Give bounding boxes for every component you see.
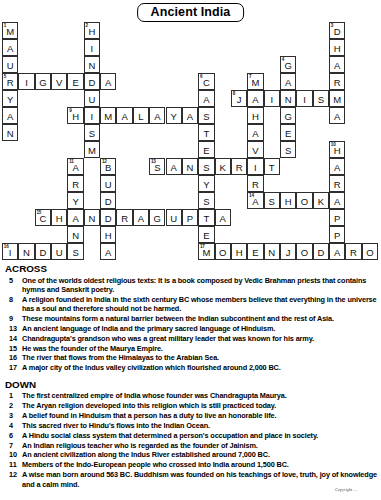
cell-letter: A	[171, 162, 177, 173]
clue-number: 5	[5, 276, 22, 295]
cell-letter: A	[7, 111, 13, 122]
cell-letter: U	[88, 94, 95, 105]
cell-letter: M	[88, 145, 96, 156]
grid-cell: D	[35, 243, 51, 260]
cell-letter: A	[154, 111, 160, 122]
cell-number: 6	[200, 74, 202, 79]
cell-letter: D	[105, 196, 112, 207]
grid-cell: H	[51, 209, 67, 226]
grid-cell: H	[280, 192, 296, 209]
worksheet-page: Ancient India 1M2H3DAIHUN4GA5RIGVEDA6C7M…	[0, 0, 381, 500]
cell-letter: N	[23, 247, 30, 258]
clue-text: An ancient language of India and the pri…	[22, 324, 378, 333]
cell-letter: P	[334, 213, 340, 224]
grid-cell: M	[100, 107, 116, 124]
grid-cell: A	[2, 107, 18, 124]
cell-letter: N	[285, 94, 292, 105]
clue-item: 10An ancient civilization along the Indu…	[5, 450, 378, 459]
grid-cell: O	[362, 243, 378, 260]
cell-number: 2	[86, 23, 88, 28]
cell-letter: D	[105, 213, 112, 224]
cell-letter: A	[72, 213, 78, 224]
cell-letter: Y	[72, 196, 78, 207]
grid-cell: I	[296, 90, 312, 107]
cell-letter: A	[252, 94, 258, 105]
grid-cell: G	[35, 73, 51, 90]
cell-letter: I	[25, 77, 28, 88]
grid-cell: P	[182, 209, 198, 226]
grid-cell: N	[2, 124, 18, 141]
cell-letter: H	[252, 111, 259, 122]
clue-number: 13	[5, 324, 22, 333]
cell-letter: A	[334, 111, 340, 122]
clue-text: The first centralized empire of India wh…	[22, 391, 378, 400]
cell-letter: O	[219, 247, 226, 258]
clue-number: 10	[5, 450, 22, 459]
grid-cell: N	[264, 243, 280, 260]
cell-letter: T	[203, 213, 209, 224]
clue-item: 6A Hindu social class system that determ…	[5, 431, 378, 440]
cell-letter: H	[236, 247, 243, 258]
grid-cell: A	[329, 56, 345, 73]
cell-letter: S	[318, 94, 324, 105]
cell-number: 10	[331, 142, 336, 147]
grid-cell: O	[215, 243, 231, 260]
cell-letter: A	[203, 94, 209, 105]
grid-cell: 12B	[100, 158, 116, 175]
grid-cell: J	[280, 243, 296, 260]
cell-letter: E	[285, 128, 291, 139]
cell-number: 12	[102, 159, 107, 164]
grid-cell: I	[18, 73, 34, 90]
grid-cell: 14A	[247, 192, 263, 209]
cell-letter: Y	[171, 111, 177, 122]
grid-cell: H	[329, 39, 345, 56]
grid-cell: S	[280, 141, 296, 158]
grid-cell: I	[84, 107, 100, 124]
clue-item: 15He was the founder of the Maurya Empir…	[5, 344, 378, 353]
cell-number: 1	[4, 23, 6, 28]
cell-letter: R	[334, 179, 341, 190]
grid-cell: G	[149, 209, 165, 226]
cell-letter: A	[105, 247, 111, 258]
grid-cell: A	[215, 209, 231, 226]
grid-cell: S	[198, 158, 214, 175]
grid-cell: U	[51, 243, 67, 260]
clue-item: 1The first centralized empire of India w…	[5, 391, 378, 400]
cell-letter: A	[187, 111, 193, 122]
cell-letter: K	[220, 162, 226, 173]
grid-cell: R	[329, 73, 345, 90]
grid-cell: H	[247, 107, 263, 124]
cell-letter: M	[104, 111, 112, 122]
cell-letter: R	[334, 77, 341, 88]
cell-letter: O	[366, 247, 373, 258]
cell-letter: S	[72, 247, 78, 258]
clue-number: 15	[5, 344, 22, 353]
cell-letter: S	[203, 162, 209, 173]
cell-letter: K	[318, 196, 324, 207]
cell-letter: H	[56, 213, 63, 224]
clue-item: 11Members of the Indo-European people wh…	[5, 460, 378, 469]
cell-letter: R	[7, 77, 14, 88]
grid-cell: U	[2, 56, 18, 73]
grid-cell: 1M	[2, 22, 18, 39]
grid-cell: M	[329, 90, 345, 107]
cell-letter: V	[56, 77, 62, 88]
cell-letter: J	[286, 247, 291, 258]
grid-cell: M	[84, 141, 100, 158]
clue-text: A wise man born around 563 BC. Buddhism …	[22, 470, 378, 489]
cell-letter: M	[251, 77, 259, 88]
grid-cell: P	[329, 209, 345, 226]
clue-text: A religion founded in India in the sixth…	[22, 295, 378, 314]
down-section: DOWN 1The first centralized empire of In…	[5, 379, 378, 489]
grid-cell: T	[198, 209, 214, 226]
cell-number: 8	[233, 91, 235, 96]
cell-letter: N	[72, 230, 79, 241]
grid-cell: N	[18, 243, 34, 260]
grid-cell: N	[67, 226, 83, 243]
cell-letter: E	[203, 145, 209, 156]
clue-text: The Aryan religion developed into this r…	[22, 401, 378, 410]
cell-number: 14	[249, 193, 254, 198]
grid-cell: A	[149, 107, 165, 124]
grid-cell: U	[166, 209, 182, 226]
grid-cell: Y	[67, 192, 83, 209]
cell-letter: A	[220, 213, 226, 224]
cell-letter: H	[88, 26, 95, 37]
clue-number: 12	[5, 470, 22, 489]
grid-cell: Y	[198, 175, 214, 192]
cell-letter: T	[269, 162, 275, 173]
grid-cell: I	[84, 39, 100, 56]
grid-cell: G	[280, 107, 296, 124]
cell-letter: D	[334, 26, 341, 37]
cell-number: 15	[36, 210, 41, 215]
cell-letter: N	[7, 128, 14, 139]
cell-letter: D	[88, 77, 95, 88]
grid-cell: T	[198, 124, 214, 141]
grid-cell: D	[313, 243, 329, 260]
grid-cell: V	[247, 141, 263, 158]
cell-letter: A	[105, 77, 111, 88]
clues-panel: ACROSS 5One of the worlds oldest religio…	[5, 263, 378, 489]
grid-cell: R	[345, 243, 361, 260]
cell-letter: E	[72, 77, 78, 88]
grid-cell: K	[313, 192, 329, 209]
grid-cell: A	[67, 209, 83, 226]
cell-letter: N	[88, 213, 95, 224]
clue-text: A major city of the Indus valley civiliz…	[22, 363, 378, 372]
down-clue-list: 1The first centralized empire of India w…	[5, 391, 378, 489]
clue-text: The river that flows from the Himalayas …	[22, 353, 378, 362]
grid-cell: 4G	[280, 56, 296, 73]
grid-cell: N	[182, 158, 198, 175]
grid-cell: E	[198, 226, 214, 243]
grid-cell: A	[100, 243, 116, 260]
clue-number: 11	[5, 460, 22, 469]
grid-cell: A	[166, 158, 182, 175]
grid-cell: A	[280, 73, 296, 90]
clue-number: 14	[5, 334, 22, 343]
clue-item: 14Chandragupta's grandson who was a grea…	[5, 334, 378, 343]
grid-cell: 2H	[84, 22, 100, 39]
grid-cell: R	[247, 175, 263, 192]
grid-cell: A	[116, 107, 132, 124]
clue-item: 9These mountains form a natural barrier …	[5, 314, 378, 323]
cell-letter: R	[121, 213, 128, 224]
cell-letter: S	[89, 128, 95, 139]
cell-letter: N	[268, 247, 275, 258]
cell-number: 13	[151, 159, 156, 164]
cell-letter: E	[203, 230, 209, 241]
clue-item: 2The Aryan religion developed into this …	[5, 401, 378, 410]
grid-cell: A	[182, 107, 198, 124]
grid-cell: A	[329, 158, 345, 175]
clue-item: 3A belief found in Hinduism that a perso…	[5, 411, 378, 420]
cell-letter: A	[334, 196, 340, 207]
cell-letter: H	[285, 196, 292, 207]
cell-letter: D	[317, 247, 324, 258]
clue-text: A Hindu social class system that determi…	[22, 431, 378, 440]
grid-cell: 10H	[329, 141, 345, 158]
cell-number: 16	[4, 244, 9, 249]
clue-number: 17	[5, 363, 22, 372]
grid-cell: N	[84, 56, 100, 73]
cell-letter: H	[334, 43, 341, 54]
cell-letter: Y	[7, 94, 13, 105]
grid-cell: 16I	[2, 243, 18, 260]
grid-cell: 17M	[198, 243, 214, 260]
cell-letter: G	[284, 60, 291, 71]
cell-number: 17	[200, 244, 205, 249]
clue-item: 8A religion founded in India in the sixt…	[5, 295, 378, 314]
grid-cell: N	[84, 209, 100, 226]
clue-number: 9	[5, 314, 22, 323]
grid-cell: A	[247, 124, 263, 141]
grid-cell: 7M	[247, 73, 263, 90]
clue-number: 3	[5, 411, 22, 420]
cell-letter: G	[39, 77, 46, 88]
grid-cell: 11A	[67, 158, 83, 175]
clue-text: An ancient civilization along the Indus …	[22, 450, 378, 459]
grid-cell: E	[280, 124, 296, 141]
grid-cell: S	[84, 124, 100, 141]
clue-number: 6	[5, 431, 22, 440]
grid-cell: R	[67, 175, 83, 192]
cell-letter: O	[301, 196, 308, 207]
cell-letter: R	[252, 179, 259, 190]
clue-item: 7An Indian religious teacher who is rega…	[5, 441, 378, 450]
cell-number: 3	[331, 23, 333, 28]
grid-cell: I	[247, 158, 263, 175]
grid-cell: 9H	[67, 107, 83, 124]
grid-cell: K	[215, 158, 231, 175]
grid-cell: R	[231, 158, 247, 175]
grid-cell: S	[264, 192, 280, 209]
clue-number: 8	[5, 295, 22, 314]
cell-letter: S	[269, 196, 275, 207]
grid-cell: T	[264, 158, 280, 175]
clue-item: 17A major city of the Indus valley civil…	[5, 363, 378, 372]
copyright-note: Copyright …	[335, 487, 357, 492]
cell-letter: E	[252, 247, 258, 258]
clue-text: A belief found in Hinduism that a person…	[22, 411, 378, 420]
cell-letter: S	[203, 196, 209, 207]
clue-number: 16	[5, 353, 22, 362]
cell-number: 7	[249, 74, 251, 79]
grid-cell: E	[67, 73, 83, 90]
cell-letter: G	[284, 111, 291, 122]
clue-text: These mountains form a natural barrier b…	[22, 314, 378, 323]
cell-letter: M	[6, 26, 14, 37]
cell-letter: I	[91, 43, 94, 54]
cell-letter: A	[138, 213, 144, 224]
cell-number: 11	[69, 159, 73, 164]
cell-letter: R	[350, 247, 357, 258]
grid-cell: 8J	[231, 90, 247, 107]
clue-text: An Indian religious teacher who is regar…	[22, 441, 378, 450]
grid-cell: H	[100, 226, 116, 243]
cell-letter: C	[203, 77, 210, 88]
grid-cell: A	[198, 90, 214, 107]
cell-letter: A	[7, 43, 13, 54]
across-header: ACROSS	[5, 263, 378, 274]
cell-letter: N	[187, 162, 194, 173]
cell-letter: N	[88, 60, 95, 71]
cell-letter: R	[72, 179, 79, 190]
grid-cell: A	[100, 73, 116, 90]
cell-letter: O	[301, 247, 308, 258]
cell-letter: I	[270, 94, 273, 105]
cell-letter: I	[91, 111, 94, 122]
grid-cell: A	[2, 39, 18, 56]
grid-cell: S	[198, 192, 214, 209]
grid-cell: 13S	[149, 158, 165, 175]
cell-number: 4	[282, 57, 284, 62]
cell-letter: V	[252, 145, 258, 156]
grid-cell: N	[280, 90, 296, 107]
grid-cell: D	[84, 73, 100, 90]
grid-cell: V	[51, 73, 67, 90]
cell-letter: D	[39, 247, 46, 258]
cell-letter: T	[203, 128, 209, 139]
grid-cell: U	[100, 175, 116, 192]
clue-text: Chandragupta's grandson who was a great …	[22, 334, 378, 343]
clue-number: 7	[5, 441, 22, 450]
cell-letter: A	[334, 60, 340, 71]
grid-cell: H	[231, 243, 247, 260]
grid-cell: S	[67, 243, 83, 260]
cell-letter: U	[170, 213, 177, 224]
grid-cell: U	[84, 90, 100, 107]
clue-text: One of the worlds oldest religious texts…	[22, 276, 378, 295]
cell-letter: A	[121, 111, 127, 122]
grid-cell: Y	[2, 90, 18, 107]
grid-cell: A	[247, 90, 263, 107]
cell-letter: A	[252, 128, 258, 139]
clue-item: 16The river that flows from the Himalaya…	[5, 353, 378, 362]
cell-letter: A	[334, 162, 340, 173]
cell-letter: G	[154, 213, 161, 224]
down-header: DOWN	[5, 379, 378, 390]
cell-letter: H	[72, 111, 79, 122]
grid-cell: I	[264, 90, 280, 107]
clue-item: 13An ancient language of India and the p…	[5, 324, 378, 333]
cell-letter: U	[105, 179, 112, 190]
cell-letter: S	[285, 145, 291, 156]
grid-cell: R	[116, 209, 132, 226]
clue-item: 5One of the worlds oldest religious text…	[5, 276, 378, 295]
grid-cell: L	[133, 107, 149, 124]
cell-letter: U	[7, 60, 14, 71]
grid-cell: A	[329, 192, 345, 209]
across-section: ACROSS 5One of the worlds oldest religio…	[5, 263, 378, 373]
grid-cell: O	[296, 243, 312, 260]
cell-number: 5	[4, 74, 6, 79]
cell-number: 9	[69, 108, 71, 113]
clue-item: 12A wise man born around 563 BC. Buddhis…	[5, 470, 378, 489]
grid-cell: R	[329, 175, 345, 192]
grid-cell: E	[247, 243, 263, 260]
cell-letter: A	[285, 77, 291, 88]
cell-letter: H	[105, 230, 112, 241]
clue-number: 2	[5, 401, 22, 410]
clue-number: 4	[5, 421, 22, 430]
grid-cell: O	[296, 192, 312, 209]
clue-number: 1	[5, 391, 22, 400]
grid-cell: E	[198, 141, 214, 158]
cell-letter: I	[9, 247, 12, 258]
grid-cell: P	[329, 226, 345, 243]
cell-letter: Y	[203, 179, 209, 190]
clue-text: He was the founder of the Maurya Empire.	[22, 344, 378, 353]
grid-cell: Y	[166, 107, 182, 124]
cell-letter: I	[303, 94, 306, 105]
across-clue-list: 5One of the worlds oldest religious text…	[5, 276, 378, 373]
grid-cell: S	[313, 90, 329, 107]
cell-letter: S	[203, 111, 209, 122]
clue-text: This sacred river to Hindu's flows into …	[22, 421, 378, 430]
cell-letter: R	[236, 162, 243, 173]
cell-letter: I	[254, 162, 257, 173]
grid-cell: D	[100, 209, 116, 226]
cell-letter: J	[237, 94, 242, 105]
cell-letter: P	[187, 213, 193, 224]
grid-cell: 15C	[35, 209, 51, 226]
clue-text: Members of the Indo-European people who …	[22, 460, 378, 469]
grid-cell: A	[133, 209, 149, 226]
cell-letter: P	[334, 230, 340, 241]
grid-cell: A	[329, 243, 345, 260]
grid-cell: 5R	[2, 73, 18, 90]
crossword-grid: 1M2H3DAIHUN4GA5RIGVEDA6C7MARYUA8JAINISMA…	[0, 0, 381, 262]
grid-cell: 3D	[329, 22, 345, 39]
cell-letter: M	[333, 94, 341, 105]
cell-letter: U	[56, 247, 63, 258]
clue-item: 4This sacred river to Hindu's flows into…	[5, 421, 378, 430]
grid-cell: S	[198, 107, 214, 124]
grid-cell: 6C	[198, 73, 214, 90]
grid-cell: A	[329, 107, 345, 124]
cell-letter: L	[138, 111, 143, 122]
grid-cell: D	[100, 192, 116, 209]
cell-letter: A	[334, 247, 340, 258]
